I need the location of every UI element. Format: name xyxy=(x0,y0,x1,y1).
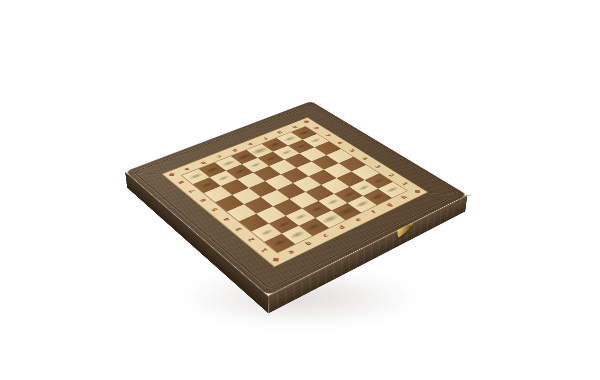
piece-glyph: ♜ xyxy=(264,202,296,245)
piece-glyph: ♟ xyxy=(193,150,220,187)
product-photo-scene: abcdefgh abcdefgh 87654321 87654321 ♜♞♝♛… xyxy=(0,0,600,380)
